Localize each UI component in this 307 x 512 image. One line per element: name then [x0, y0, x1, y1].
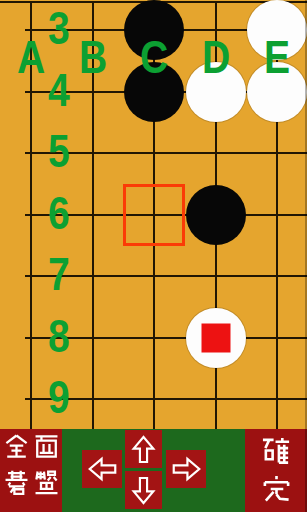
arrow-right-button[interactable]	[166, 450, 206, 488]
kanji-glyph-1	[3, 433, 30, 460]
row-label-7: 7	[48, 251, 70, 297]
kanji-stroke-icon	[261, 474, 292, 505]
row-label-4: 4	[48, 67, 70, 113]
col-label-B: B	[78, 34, 106, 80]
stone-white-d8	[186, 308, 246, 368]
row-label-6: 6	[48, 190, 70, 236]
kanji-stroke-icon	[3, 469, 30, 496]
go-board[interactable]: ABCDE3456789	[0, 0, 307, 429]
full-board-button-label: 全面碁盤	[0, 429, 1, 430]
full-board-button[interactable]: 全面碁盤	[0, 429, 62, 512]
row-label-9: 9	[48, 374, 70, 420]
app-screen: ABCDE3456789 全面碁盤 確定	[0, 0, 307, 512]
kanji-stroke-icon	[261, 435, 292, 466]
kanji-stroke-icon	[33, 433, 60, 460]
stone-black-d6	[186, 185, 246, 245]
kanji-glyph-2	[261, 474, 292, 505]
arrow-up-button[interactable]	[125, 430, 162, 468]
down-arrow-icon	[131, 475, 156, 506]
kanji-glyph-4	[33, 469, 60, 496]
col-label-C: C	[140, 34, 168, 80]
kanji-glyph-3	[3, 469, 30, 496]
cursor-square	[123, 184, 185, 246]
last-move-marker	[201, 323, 230, 352]
kanji-stroke-icon	[3, 433, 30, 460]
kanji-glyph-1	[261, 435, 292, 466]
col-label-A: A	[17, 34, 45, 80]
kanji-stroke-icon	[33, 469, 60, 496]
kanji-glyph-2	[33, 433, 60, 460]
row-label-8: 8	[48, 313, 70, 359]
col-label-D: D	[201, 34, 229, 80]
confirm-button-label: 確定	[245, 429, 246, 430]
col-label-E: E	[264, 34, 290, 80]
up-arrow-icon	[131, 434, 156, 465]
screen-edge-shade	[305, 0, 307, 512]
arrow-down-button[interactable]	[125, 471, 162, 509]
right-arrow-icon	[171, 456, 202, 482]
left-arrow-icon	[87, 456, 118, 482]
confirm-button[interactable]: 確定	[245, 429, 307, 512]
arrow-left-button[interactable]	[82, 450, 122, 488]
row-label-5: 5	[48, 128, 70, 174]
toolbar: 全面碁盤 確定	[0, 429, 307, 512]
row-label-3: 3	[48, 5, 70, 51]
